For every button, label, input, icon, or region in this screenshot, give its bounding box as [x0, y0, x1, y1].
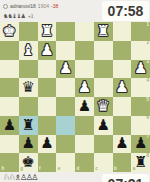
square-a2[interactable]: 2 — [131, 41, 150, 60]
square-a4[interactable]: 4 — [131, 78, 150, 97]
square-c2[interactable] — [94, 41, 113, 60]
square-e4[interactable] — [56, 78, 75, 97]
square-g4[interactable]: ♛ — [19, 78, 38, 97]
rank-label: 7 — [146, 135, 149, 140]
square-e5[interactable] — [56, 97, 75, 116]
online-status-icon — [3, 4, 8, 9]
square-e1[interactable] — [56, 22, 75, 41]
square-g3[interactable] — [19, 60, 38, 79]
square-a7[interactable]: ♟7 — [131, 135, 150, 154]
top-player-rating-change: -38 — [51, 3, 58, 9]
square-f5[interactable] — [38, 97, 57, 116]
square-b4[interactable]: ♟ — [113, 78, 132, 97]
black-queen[interactable]: ♛ — [19, 78, 38, 97]
square-d6[interactable] — [75, 116, 94, 135]
square-g1[interactable] — [19, 22, 38, 41]
file-label: g — [20, 167, 23, 172]
square-d5[interactable]: ♟ — [75, 97, 94, 116]
rank-label: 6 — [146, 116, 149, 121]
square-h1[interactable]: ♚ — [0, 22, 19, 41]
square-b6[interactable] — [113, 116, 132, 135]
rank-label: 5 — [146, 98, 149, 103]
black-pawn[interactable]: ♟ — [75, 97, 94, 116]
square-c5[interactable]: ♛ — [94, 97, 113, 116]
square-b1[interactable] — [113, 22, 132, 41]
white-rook[interactable]: ♜ — [94, 22, 113, 41]
square-c8[interactable]: c — [94, 153, 113, 172]
square-c6[interactable]: ♟ — [94, 116, 113, 135]
square-f6[interactable] — [38, 116, 57, 135]
square-g8[interactable]: ♚g — [19, 153, 38, 172]
rank-label: 1 — [146, 23, 149, 28]
file-label: d — [77, 167, 80, 172]
square-e7[interactable] — [56, 135, 75, 154]
square-h5[interactable] — [0, 97, 19, 116]
black-pawn[interactable]: ♟ — [38, 135, 57, 154]
black-pawn[interactable]: ♟ — [113, 135, 132, 154]
square-h6[interactable]: ♟ — [0, 116, 19, 135]
white-king[interactable]: ♚ — [0, 22, 19, 41]
rank-label: 4 — [146, 79, 149, 84]
square-d7[interactable] — [75, 135, 94, 154]
square-b2[interactable] — [113, 41, 132, 60]
square-a5[interactable]: 5 — [131, 97, 150, 116]
square-h2[interactable] — [0, 41, 19, 60]
square-g7[interactable]: ♟ — [19, 135, 38, 154]
square-f4[interactable] — [38, 78, 57, 97]
rank-label: 8 — [146, 154, 149, 159]
white-pawn[interactable]: ♟ — [113, 78, 132, 97]
square-d2[interactable] — [75, 41, 94, 60]
file-label: c — [95, 167, 98, 172]
square-e6[interactable] — [56, 116, 75, 135]
square-a3[interactable]: ♟3 — [131, 60, 150, 79]
white-pawn[interactable]: ♟ — [56, 60, 75, 79]
black-pawn[interactable]: ♟ — [94, 116, 113, 135]
file-label: e — [58, 167, 61, 172]
white-rook[interactable]: ♜ — [38, 22, 57, 41]
square-e2[interactable] — [56, 41, 75, 60]
square-a6[interactable]: 6 — [131, 116, 150, 135]
square-a1[interactable]: 1 — [131, 22, 150, 41]
square-h3[interactable] — [0, 60, 19, 79]
rank-label: 3 — [146, 60, 149, 65]
square-b5[interactable] — [113, 97, 132, 116]
top-player-name: adrianovi18 — [10, 3, 36, 9]
rank-label: 2 — [146, 41, 149, 46]
square-c7[interactable] — [94, 135, 113, 154]
top-player-bar: adrianovi18 1904 -38 ♞♞♝♝♟ +1 07:58 — [0, 0, 150, 22]
square-b8[interactable]: b — [113, 153, 132, 172]
square-b3[interactable] — [113, 60, 132, 79]
square-a8[interactable]: ♜8a — [131, 153, 150, 172]
top-captured-pieces: ♞♞♝♝♟ — [3, 13, 25, 19]
square-b7[interactable]: ♟ — [113, 135, 132, 154]
bottom-player-bar: ♘♘♗♙♙♙ 07:21 — [0, 172, 150, 182]
chess-app-screen: adrianovi18 1904 -38 ♞♞♝♝♟ +1 07:58 ♚♜♜1… — [0, 0, 150, 182]
square-e3[interactable]: ♟ — [56, 60, 75, 79]
black-pawn[interactable]: ♟ — [19, 135, 38, 154]
square-c3[interactable] — [94, 60, 113, 79]
top-player-rating: 1904 — [38, 3, 49, 9]
square-f2[interactable]: ♟ — [38, 41, 57, 60]
top-player-info[interactable]: adrianovi18 1904 -38 — [3, 3, 58, 9]
white-queen[interactable]: ♛ — [94, 97, 113, 116]
white-bishop[interactable]: ♝ — [19, 41, 38, 60]
square-c1[interactable]: ♜ — [94, 22, 113, 41]
file-label: a — [133, 167, 136, 172]
file-label: b — [114, 167, 117, 172]
square-d8[interactable]: d — [75, 153, 94, 172]
top-player-clock: 07:58 — [102, 1, 149, 21]
top-material-advantage: +1 — [28, 13, 34, 19]
square-f8[interactable]: f — [38, 153, 57, 172]
black-rook[interactable]: ♜ — [19, 116, 38, 135]
square-e8[interactable]: e — [56, 153, 75, 172]
square-g5[interactable] — [19, 97, 38, 116]
square-f1[interactable]: ♜ — [38, 22, 57, 41]
square-h8[interactable]: h — [0, 153, 19, 172]
square-f3[interactable] — [38, 60, 57, 79]
white-pawn[interactable]: ♟ — [75, 78, 94, 97]
square-c4[interactable] — [94, 78, 113, 97]
bottom-captured-pieces: ♘♘♗♙♙♙ — [3, 174, 37, 182]
square-d4[interactable]: ♟ — [75, 78, 94, 97]
black-pawn[interactable]: ♟ — [0, 116, 19, 135]
white-pawn[interactable]: ♟ — [38, 41, 57, 60]
square-f7[interactable]: ♟ — [38, 135, 57, 154]
square-g6[interactable]: ♜ — [19, 116, 38, 135]
file-label: f — [39, 167, 41, 172]
square-g2[interactable]: ♝ — [19, 41, 38, 60]
square-d1[interactable] — [75, 22, 94, 41]
chess-board[interactable]: ♚♜♜1♝♟2♟♟3♛♟♟4♟♛5♟♜♟6♟♟♟♟7h♚gfedcb♜8a — [0, 22, 150, 172]
square-d3[interactable] — [75, 60, 94, 79]
top-captured-row: ♞♞♝♝♟ +1 — [3, 13, 34, 19]
square-h4[interactable] — [0, 78, 19, 97]
bottom-player-clock: 07:21 — [102, 174, 149, 182]
file-label: h — [2, 167, 5, 172]
square-h7[interactable] — [0, 135, 19, 154]
